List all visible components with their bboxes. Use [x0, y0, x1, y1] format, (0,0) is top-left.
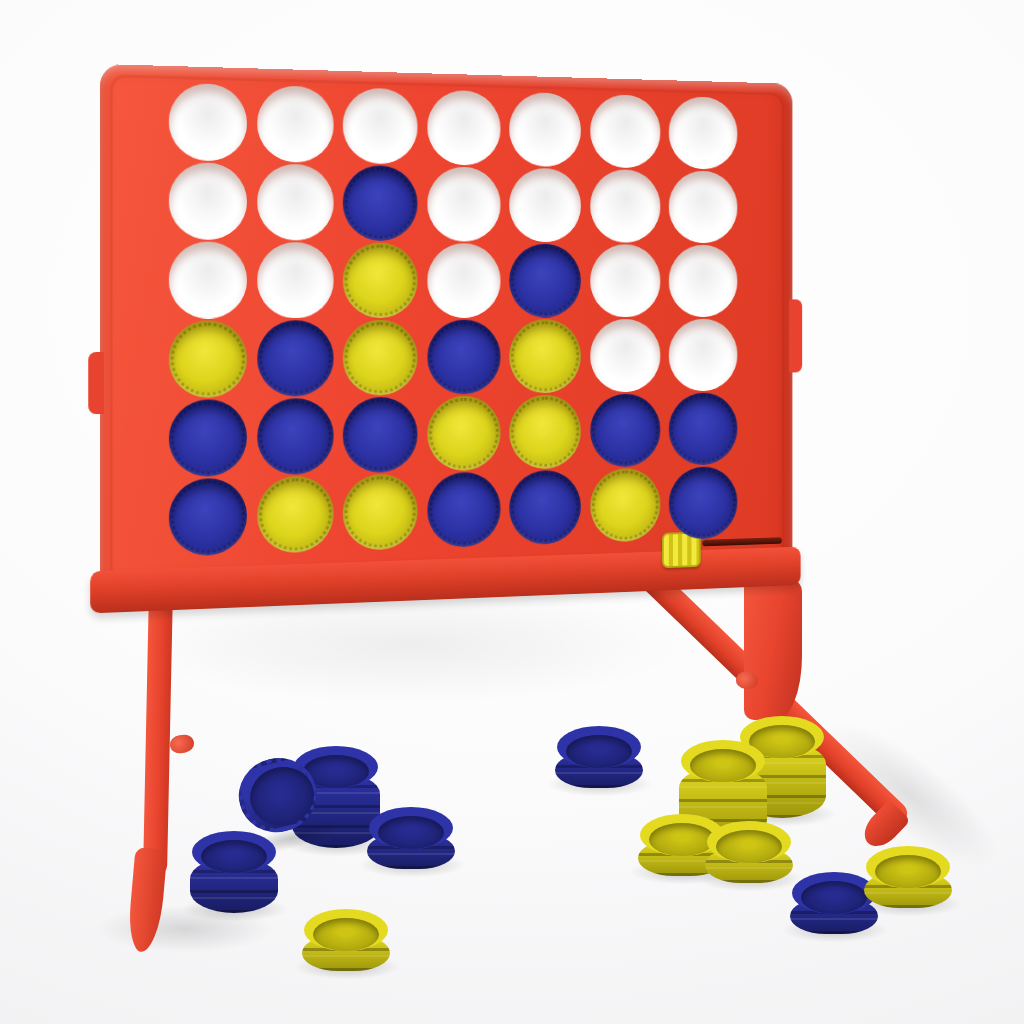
disc-face — [716, 830, 782, 863]
cell-r1c2-empty — [257, 85, 333, 163]
cell-r3c3-yellow-disc — [343, 243, 418, 319]
cell-r1c1-empty — [169, 83, 247, 162]
cell-r5c2-blue-disc — [257, 398, 333, 476]
cell-r1c6-empty — [590, 94, 660, 168]
cell-r3c5-blue-disc — [509, 244, 581, 318]
cell-r1c3-empty — [343, 87, 418, 164]
disc-face — [875, 855, 941, 888]
connect-four-product-photo — [0, 0, 1024, 1024]
cell-r6c7-blue-disc — [669, 466, 738, 540]
cell-r4c4-blue-disc — [427, 320, 500, 395]
disc-face — [566, 735, 632, 768]
cell-r5c3-blue-disc — [343, 397, 418, 474]
cell-r4c3-yellow-disc — [343, 320, 418, 396]
cell-r5c7-blue-disc — [669, 392, 738, 465]
right-leg — [744, 578, 802, 720]
cell-r6c5-blue-disc — [509, 470, 581, 546]
cell-r3c2-empty — [257, 242, 333, 318]
ground-disc-blue-single-center — [552, 726, 648, 788]
cell-r4c5-yellow-disc — [509, 319, 581, 393]
ground-disc-blue-single-left — [364, 807, 460, 869]
disc-face — [690, 749, 756, 782]
ground-disc-blue-stack-of-2 — [187, 831, 283, 913]
cell-r2c7-empty — [669, 170, 738, 243]
cell-r4c2-blue-disc — [257, 320, 333, 397]
cell-r3c1-empty — [169, 241, 247, 318]
left-leg-peg — [169, 733, 196, 755]
board-holes — [100, 64, 792, 609]
cell-r5c4-yellow-disc — [427, 396, 500, 472]
cell-r2c2-empty — [257, 164, 333, 241]
cell-r2c3-blue-disc — [343, 165, 418, 241]
cell-r6c6-yellow-disc — [590, 468, 660, 543]
left-foot — [127, 847, 168, 953]
cell-r6c2-yellow-disc — [257, 476, 333, 554]
cell-r2c5-empty — [509, 168, 581, 242]
cell-r2c1-empty — [169, 162, 247, 240]
cell-r3c6-empty — [590, 244, 660, 317]
connect-four-board — [100, 64, 792, 609]
cell-r2c4-empty — [427, 166, 500, 241]
cell-r3c7-empty — [669, 245, 738, 317]
cell-r4c1-yellow-disc — [169, 320, 247, 398]
cell-r6c1-blue-disc — [169, 478, 247, 557]
cell-r5c1-blue-disc — [169, 399, 247, 477]
ground-disc-yellow-single-left — [299, 909, 395, 971]
ground-disc-yellow-single-right — [861, 846, 957, 908]
ground-disc-yellow-single-pair-b — [702, 821, 798, 883]
cell-r4c6-empty — [590, 319, 660, 392]
cell-r1c7-empty — [669, 96, 738, 170]
cell-r3c4-empty — [427, 243, 500, 318]
disc-face — [313, 918, 379, 951]
cell-r6c3-yellow-disc — [343, 474, 418, 551]
cell-r1c5-empty — [509, 92, 581, 167]
disc-face — [201, 840, 267, 873]
cell-r5c5-yellow-disc — [509, 395, 581, 470]
cell-r6c4-blue-disc — [427, 472, 500, 549]
disc-face — [378, 816, 444, 849]
cell-r5c6-blue-disc — [590, 393, 660, 467]
disc-face — [801, 881, 867, 914]
cell-r4c7-empty — [669, 319, 738, 392]
left-leg — [143, 588, 173, 874]
cell-r2c6-empty — [590, 169, 660, 243]
cell-r1c4-empty — [427, 90, 500, 166]
